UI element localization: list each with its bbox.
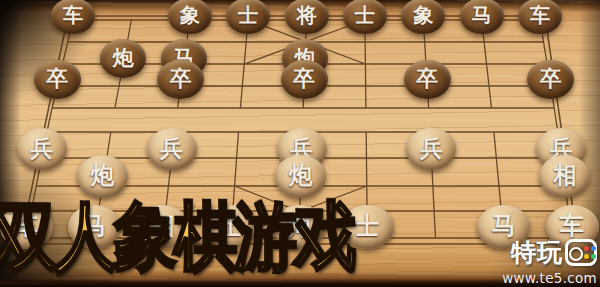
watermark-brand-row: 特玩	[502, 236, 597, 269]
xiangqi-piece-black-f6r0[interactable]: 象	[401, 0, 445, 34]
piece-character: 马	[472, 5, 492, 25]
xiangqi-piece-black-f8r0[interactable]: 车	[518, 0, 562, 34]
logo-color-dot	[584, 254, 589, 259]
piece-character: 士	[355, 5, 375, 25]
piece-character: 炮	[91, 163, 115, 187]
piece-character: 士	[355, 213, 379, 237]
piece-character: 车	[560, 213, 584, 237]
logo-color-dot	[591, 254, 596, 259]
xiangqi-piece-black-f7r0[interactable]: 马	[460, 0, 504, 34]
piece-character: 炮	[113, 47, 134, 68]
watermark-url: www.te5.com	[502, 270, 597, 286]
watermark-site-name: 特玩	[511, 236, 563, 269]
piece-character: 兵	[160, 137, 183, 160]
xiangqi-piece-red-f2r6[interactable]: 兵	[147, 128, 197, 170]
piece-character: 车	[63, 5, 83, 25]
piece-character: 相	[553, 163, 577, 187]
xiangqi-piece-black-f8r3[interactable]: 卒	[527, 60, 574, 99]
xiangqi-piece-black-f2r0[interactable]: 象	[168, 0, 212, 34]
xiangqi-piece-red-f1r7[interactable]: 炮	[77, 155, 128, 198]
xiangqi-piece-black-f4r0[interactable]: 将	[285, 0, 329, 34]
piece-character: 将	[296, 5, 316, 25]
xiangqi-piece-black-f4r3[interactable]: 卒	[281, 60, 328, 99]
watermark: 特玩 www.te5.com	[502, 236, 597, 286]
piece-character: 卒	[293, 68, 315, 90]
piece-character: 卒	[417, 68, 439, 90]
piece-character: 炮	[289, 163, 313, 187]
xiangqi-piece-black-f3r0[interactable]: 士	[226, 0, 270, 34]
piece-character: 卒	[540, 68, 562, 90]
piece-character: 马	[492, 213, 516, 237]
xiangqi-piece-black-f2r3[interactable]: 卒	[157, 60, 204, 99]
xiangqi-piece-red-f0r6[interactable]: 兵	[17, 128, 67, 170]
xiangqi-piece-red-f8r7[interactable]: 相	[539, 155, 590, 198]
xiangqi-piece-red-f6r6[interactable]: 兵	[406, 128, 456, 170]
game-title: 双人象棋游戏	[0, 199, 354, 273]
piece-character: 兵	[420, 137, 443, 160]
piece-character: 卒	[170, 68, 192, 90]
piece-character: 卒	[47, 68, 69, 90]
logo-color-dot	[584, 246, 589, 251]
te5-gamepad-logo-icon	[565, 239, 597, 266]
piece-character: 象	[413, 5, 433, 25]
xiangqi-game-screen: 车象士将士象马车炮马炮卒卒卒卒卒兵兵兵兵兵炮炮相车马相士帅士马车 双人象棋游戏 …	[0, 0, 600, 287]
xiangqi-piece-black-f6r3[interactable]: 卒	[404, 60, 451, 99]
piece-character: 车	[530, 5, 550, 25]
piece-character: 象	[180, 5, 200, 25]
piece-character: 兵	[30, 137, 53, 160]
logo-color-dot	[591, 246, 596, 251]
xiangqi-piece-red-f4r7[interactable]: 炮	[275, 155, 326, 198]
xiangqi-piece-black-f5r0[interactable]: 士	[343, 0, 387, 34]
xiangqi-piece-black-f1r2[interactable]: 炮	[100, 39, 146, 78]
piece-character: 士	[238, 5, 258, 25]
xiangqi-piece-black-f0r3[interactable]: 卒	[34, 60, 81, 99]
xiangqi-piece-black-f0r0[interactable]: 车	[51, 0, 95, 34]
